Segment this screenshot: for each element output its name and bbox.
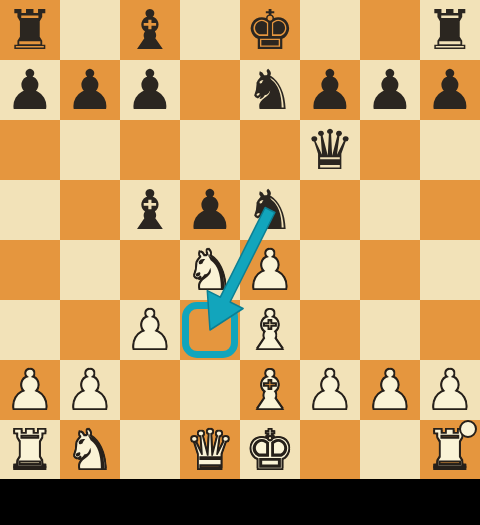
piece-black-king[interactable]: ♚ (240, 0, 300, 60)
square-h3[interactable] (420, 300, 480, 360)
piece-black-rook[interactable]: ♜ (420, 0, 480, 60)
square-a2[interactable]: ♟ (0, 360, 60, 420)
square-c2[interactable] (120, 360, 180, 420)
piece-marker-circle (459, 420, 477, 438)
square-f8[interactable] (300, 0, 360, 60)
square-g4[interactable] (360, 240, 420, 300)
square-a3[interactable] (0, 300, 60, 360)
square-e3[interactable]: ♝ (240, 300, 300, 360)
square-b2[interactable]: ♟ (60, 360, 120, 420)
move-target-highlight (182, 302, 238, 358)
square-e6[interactable] (240, 120, 300, 180)
square-d2[interactable] (180, 360, 240, 420)
square-b4[interactable] (60, 240, 120, 300)
piece-white-rook[interactable]: ♜ (0, 420, 60, 480)
square-g8[interactable] (360, 0, 420, 60)
square-f2[interactable]: ♟ (300, 360, 360, 420)
square-a1[interactable]: ♜ (0, 420, 60, 480)
piece-black-pawn[interactable]: ♟ (180, 180, 240, 240)
square-f5[interactable] (300, 180, 360, 240)
square-b7[interactable]: ♟ (60, 60, 120, 120)
square-g7[interactable]: ♟ (360, 60, 420, 120)
piece-white-pawn[interactable]: ♟ (120, 300, 180, 360)
square-h2[interactable]: ♟ (420, 360, 480, 420)
square-d8[interactable] (180, 0, 240, 60)
square-f7[interactable]: ♟ (300, 60, 360, 120)
piece-black-knight[interactable]: ♞ (240, 60, 300, 120)
square-f3[interactable] (300, 300, 360, 360)
square-h4[interactable] (420, 240, 480, 300)
piece-white-pawn[interactable]: ♟ (60, 360, 120, 420)
square-a4[interactable] (0, 240, 60, 300)
square-b1[interactable]: ♞ (60, 420, 120, 480)
square-e2[interactable]: ♝ (240, 360, 300, 420)
piece-white-pawn[interactable]: ♟ (420, 360, 480, 420)
square-e4[interactable]: ♟ (240, 240, 300, 300)
square-a6[interactable] (0, 120, 60, 180)
piece-white-pawn[interactable]: ♟ (360, 360, 420, 420)
piece-black-bishop[interactable]: ♝ (120, 0, 180, 60)
square-f6[interactable]: ♛ (300, 120, 360, 180)
square-c7[interactable]: ♟ (120, 60, 180, 120)
square-f4[interactable] (300, 240, 360, 300)
square-c5[interactable]: ♝ (120, 180, 180, 240)
square-e7[interactable]: ♞ (240, 60, 300, 120)
piece-black-pawn[interactable]: ♟ (420, 60, 480, 120)
piece-white-bishop[interactable]: ♝ (240, 360, 300, 420)
square-c1[interactable] (120, 420, 180, 480)
square-h7[interactable]: ♟ (420, 60, 480, 120)
bottom-bar (0, 479, 480, 525)
piece-white-pawn[interactable]: ♟ (300, 360, 360, 420)
square-e8[interactable]: ♚ (240, 0, 300, 60)
square-b6[interactable] (60, 120, 120, 180)
piece-black-pawn[interactable]: ♟ (360, 60, 420, 120)
piece-white-pawn[interactable]: ♟ (240, 240, 300, 300)
piece-black-pawn[interactable]: ♟ (0, 60, 60, 120)
square-b8[interactable] (60, 0, 120, 60)
square-a8[interactable]: ♜ (0, 0, 60, 60)
piece-black-knight[interactable]: ♞ (240, 180, 300, 240)
piece-black-bishop[interactable]: ♝ (120, 180, 180, 240)
square-g5[interactable] (360, 180, 420, 240)
square-g3[interactable] (360, 300, 420, 360)
square-f1[interactable] (300, 420, 360, 480)
square-d5[interactable]: ♟ (180, 180, 240, 240)
square-g6[interactable] (360, 120, 420, 180)
piece-white-knight[interactable]: ♞ (60, 420, 120, 480)
square-c6[interactable] (120, 120, 180, 180)
square-b3[interactable] (60, 300, 120, 360)
square-h5[interactable] (420, 180, 480, 240)
piece-black-rook[interactable]: ♜ (0, 0, 60, 60)
square-d7[interactable] (180, 60, 240, 120)
square-a7[interactable]: ♟ (0, 60, 60, 120)
square-c8[interactable]: ♝ (120, 0, 180, 60)
chess-board: ♜♝♚♜♟♟♟♞♟♟♟♛♝♟♞♞♟♟♝♟♟♝♟♟♟♜♞♛♚♜ (0, 0, 480, 480)
piece-white-king[interactable]: ♚ (240, 420, 300, 480)
piece-black-pawn[interactable]: ♟ (120, 60, 180, 120)
piece-white-knight[interactable]: ♞ (180, 240, 240, 300)
chess-board-app: ♜♝♚♜♟♟♟♞♟♟♟♛♝♟♞♞♟♟♝♟♟♝♟♟♟♜♞♛♚♜ (0, 0, 480, 525)
square-c4[interactable] (120, 240, 180, 300)
square-e1[interactable]: ♚ (240, 420, 300, 480)
piece-black-pawn[interactable]: ♟ (300, 60, 360, 120)
piece-white-queen[interactable]: ♛ (180, 420, 240, 480)
square-e5[interactable]: ♞ (240, 180, 300, 240)
square-b5[interactable] (60, 180, 120, 240)
square-h1[interactable]: ♜ (420, 420, 480, 480)
square-g2[interactable]: ♟ (360, 360, 420, 420)
square-h6[interactable] (420, 120, 480, 180)
piece-black-pawn[interactable]: ♟ (60, 60, 120, 120)
square-d3[interactable] (180, 300, 240, 360)
piece-white-bishop[interactable]: ♝ (240, 300, 300, 360)
square-h8[interactable]: ♜ (420, 0, 480, 60)
square-c3[interactable]: ♟ (120, 300, 180, 360)
square-d4[interactable]: ♞ (180, 240, 240, 300)
piece-black-queen[interactable]: ♛ (300, 120, 360, 180)
square-a5[interactable] (0, 180, 60, 240)
square-d6[interactable] (180, 120, 240, 180)
square-g1[interactable] (360, 420, 420, 480)
square-d1[interactable]: ♛ (180, 420, 240, 480)
piece-white-pawn[interactable]: ♟ (0, 360, 60, 420)
